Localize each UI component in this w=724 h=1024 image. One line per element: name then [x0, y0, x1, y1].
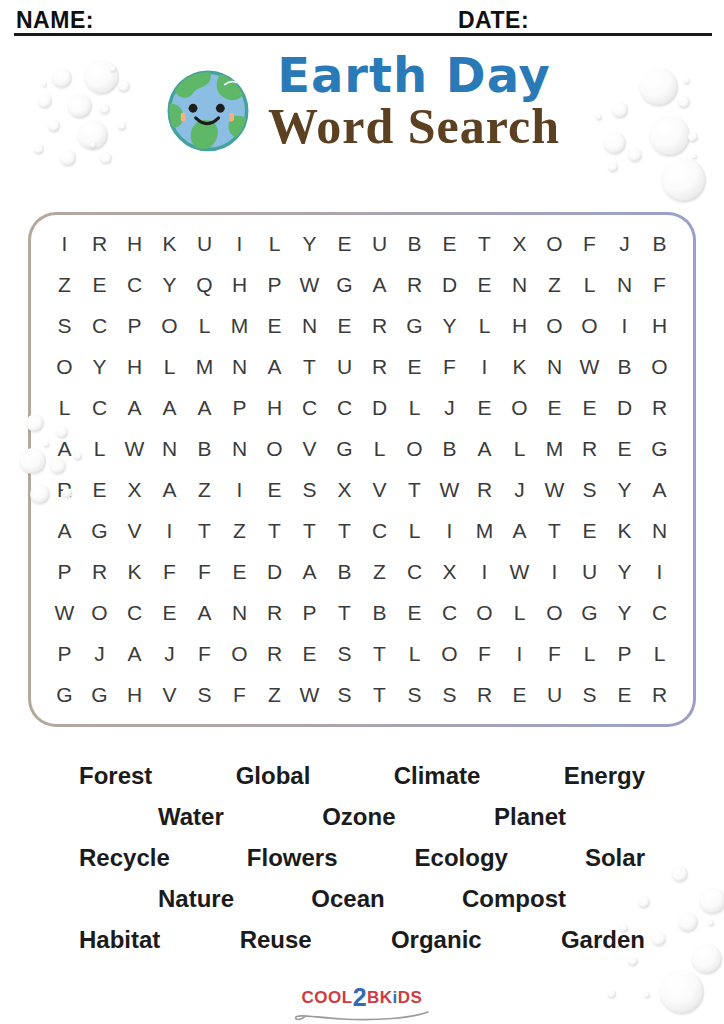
grid-cell-r1c9[interactable]: E — [327, 223, 362, 264]
grid-cell-r12c11[interactable]: S — [397, 675, 432, 716]
grid-cell-r5c15[interactable]: E — [537, 387, 572, 428]
grid-cell-r6c14[interactable]: L — [502, 428, 537, 469]
grid-cell-r12c9[interactable]: S — [327, 675, 362, 716]
grid-cell-r3c3[interactable]: P — [117, 305, 152, 346]
grid-cell-r7c5[interactable]: Z — [187, 469, 222, 510]
grid-cell-r2c12[interactable]: D — [432, 264, 467, 305]
word-list-row: NatureOceanCompost — [158, 885, 566, 913]
water-bubble — [628, 956, 638, 966]
grid-cell-r1c17[interactable]: J — [607, 223, 642, 264]
earth-icon — [164, 64, 252, 156]
grid-cell-r7c15[interactable]: W — [537, 469, 572, 510]
grid-cell-r2c8[interactable]: W — [292, 264, 327, 305]
word-energy[interactable]: Energy — [564, 762, 645, 790]
grid-cell-r5c6[interactable]: P — [222, 387, 257, 428]
grid-cell-r11c14[interactable]: I — [502, 634, 537, 675]
grid-cell-r2c2[interactable]: E — [82, 264, 117, 305]
grid-cell-r7c12[interactable]: W — [432, 469, 467, 510]
grid-cell-r10c15[interactable]: O — [537, 593, 572, 634]
grid-cell-r12c5[interactable]: S — [187, 675, 222, 716]
logo-part: DS — [398, 988, 423, 1008]
grid-cell-r9c10[interactable]: Z — [362, 552, 397, 593]
grid-cell-r10c11[interactable]: E — [397, 593, 432, 634]
grid-cell-r9c1[interactable]: P — [47, 552, 82, 593]
grid-cell-r12c2[interactable]: G — [82, 675, 117, 716]
word-forest[interactable]: Forest — [79, 762, 152, 790]
grid-cell-r11c16[interactable]: L — [572, 634, 607, 675]
grid-cell-r8c3[interactable]: V — [117, 511, 152, 552]
grid-cell-r3c2[interactable]: C — [82, 305, 117, 346]
grid-cell-r3c1[interactable]: S — [47, 305, 82, 346]
grid-cell-r4c6[interactable]: N — [222, 346, 257, 387]
grid-cell-r2c9[interactable]: G — [327, 264, 362, 305]
word-water[interactable]: Water — [158, 803, 224, 831]
grid-cell-r5c14[interactable]: O — [502, 387, 537, 428]
grid-cell-r6c18[interactable]: G — [642, 428, 677, 469]
grid-cell-r1c3[interactable]: H — [117, 223, 152, 264]
grid-cell-r10c7[interactable]: R — [257, 593, 292, 634]
water-bubbles-decoration-bottom-right — [608, 860, 724, 1020]
grid-cell-r5c5[interactable]: A — [187, 387, 222, 428]
grid-cell-r10c1[interactable]: W — [47, 593, 82, 634]
grid-cell-r10c14[interactable]: L — [502, 593, 537, 634]
grid-cell-r12c8[interactable]: W — [292, 675, 327, 716]
grid-cell-r1c14[interactable]: X — [502, 223, 537, 264]
grid-cell-r3c16[interactable]: O — [572, 305, 607, 346]
grid-cell-r9c6[interactable]: E — [222, 552, 257, 593]
grid-cell-r9c5[interactable]: F — [187, 552, 222, 593]
grid-cell-r11c11[interactable]: L — [397, 634, 432, 675]
grid-cell-r6c12[interactable]: B — [432, 428, 467, 469]
grid-cell-r12c7[interactable]: Z — [257, 675, 292, 716]
grid-cell-r10c6[interactable]: N — [222, 593, 257, 634]
grid-cell-r1c7[interactable]: L — [257, 223, 292, 264]
grid-cell-r9c9[interactable]: B — [327, 552, 362, 593]
grid-cell-r1c2[interactable]: R — [82, 223, 117, 264]
grid-cell-r4c18[interactable]: O — [642, 346, 677, 387]
grid-cell-r5c8[interactable]: C — [292, 387, 327, 428]
grid-cell-r2c13[interactable]: E — [467, 264, 502, 305]
grid-cell-r10c9[interactable]: T — [327, 593, 362, 634]
grid-cell-r11c12[interactable]: O — [432, 634, 467, 675]
grid-cell-r6c17[interactable]: E — [607, 428, 642, 469]
grid-cell-r8c10[interactable]: C — [362, 511, 397, 552]
grid-cell-r7c17[interactable]: Y — [607, 469, 642, 510]
grid-cell-r2c7[interactable]: P — [257, 264, 292, 305]
grid-cell-r11c18[interactable]: L — [642, 634, 677, 675]
grid-cell-r7c10[interactable]: V — [362, 469, 397, 510]
grid-cell-r6c6[interactable]: N — [222, 428, 257, 469]
water-bubble — [678, 912, 698, 932]
grid-cell-r10c17[interactable]: Y — [607, 593, 642, 634]
grid-cell-r3c17[interactable]: I — [607, 305, 642, 346]
grid-cell-r4c16[interactable]: W — [572, 346, 607, 387]
grid-cell-r2c3[interactable]: C — [117, 264, 152, 305]
grid-cell-r12c16[interactable]: S — [572, 675, 607, 716]
grid-cell-r8c18[interactable]: N — [642, 511, 677, 552]
grid-cell-r10c2[interactable]: O — [82, 593, 117, 634]
grid-cell-r9c7[interactable]: D — [257, 552, 292, 593]
grid-cell-r5c3[interactable]: A — [117, 387, 152, 428]
grid-cell-r3c13[interactable]: L — [467, 305, 502, 346]
grid-cell-r5c9[interactable]: C — [327, 387, 362, 428]
water-bubble — [660, 970, 704, 1014]
grid-cell-r12c10[interactable]: T — [362, 675, 397, 716]
grid-cell-r4c5[interactable]: M — [187, 346, 222, 387]
grid-cell-r11c6[interactable]: O — [222, 634, 257, 675]
water-bubble — [692, 944, 722, 974]
water-bubble — [708, 920, 714, 926]
grid-cell-r7c9[interactable]: X — [327, 469, 362, 510]
grid-cell-r10c16[interactable]: G — [572, 593, 607, 634]
grid-cell-r4c14[interactable]: K — [502, 346, 537, 387]
grid-cell-r1c12[interactable]: E — [432, 223, 467, 264]
grid-cell-r12c4[interactable]: V — [152, 675, 187, 716]
grid-cell-r7c3[interactable]: X — [117, 469, 152, 510]
grid-cell-r10c10[interactable]: B — [362, 593, 397, 634]
grid-cell-r12c15[interactable]: U — [537, 675, 572, 716]
grid-cell-r4c7[interactable]: A — [257, 346, 292, 387]
grid-cell-r1c1[interactable]: I — [47, 223, 82, 264]
grid-cell-r2c18[interactable]: F — [642, 264, 677, 305]
grid-cell-r6c4[interactable]: N — [152, 428, 187, 469]
grid-cell-r6c9[interactable]: G — [327, 428, 362, 469]
grid-cell-r2c14[interactable]: N — [502, 264, 537, 305]
grid-cell-r7c14[interactable]: J — [502, 469, 537, 510]
grid-cell-r10c3[interactable]: C — [117, 593, 152, 634]
logo-part: BK — [367, 988, 393, 1008]
water-bubble — [608, 162, 618, 172]
grid-cell-r6c7[interactable]: O — [257, 428, 292, 469]
grid-cell-r12c18[interactable]: R — [642, 675, 677, 716]
grid-cell-r7c16[interactable]: S — [572, 469, 607, 510]
date-label: DATE: — [458, 7, 529, 34]
word-list-row: HabitatReuseOrganicGarden — [79, 926, 645, 954]
grid-cell-r4c4[interactable]: L — [152, 346, 187, 387]
grid-cell-r10c4[interactable]: E — [152, 593, 187, 634]
water-bubble — [644, 992, 650, 998]
grid-cell-r4c13[interactable]: I — [467, 346, 502, 387]
word-compost[interactable]: Compost — [462, 885, 566, 913]
water-bubble — [20, 448, 46, 474]
water-bubble — [662, 158, 706, 202]
grid-cell-r4c10[interactable]: R — [362, 346, 397, 387]
grid-cell-r11c8[interactable]: E — [292, 634, 327, 675]
grid-cell-r4c2[interactable]: Y — [82, 346, 117, 387]
grid-cell-r9c3[interactable]: K — [117, 552, 152, 593]
grid-cell-r8c4[interactable]: I — [152, 511, 187, 552]
grid-cell-r4c1[interactable]: O — [47, 346, 82, 387]
water-bubble — [620, 924, 628, 932]
grid-cell-r6c16[interactable]: R — [572, 428, 607, 469]
grid-cell-r6c13[interactable]: A — [467, 428, 502, 469]
grid-cell-r10c12[interactable]: C — [432, 593, 467, 634]
grid-cell-r12c13[interactable]: R — [467, 675, 502, 716]
water-bubble — [56, 426, 68, 438]
grid-cell-r6c10[interactable]: L — [362, 428, 397, 469]
water-bubble — [62, 488, 72, 498]
grid-cell-r11c13[interactable]: F — [467, 634, 502, 675]
water-bubble — [608, 990, 616, 998]
grid-cell-r1c11[interactable]: B — [397, 223, 432, 264]
grid-cell-r9c13[interactable]: I — [467, 552, 502, 593]
grid-cell-r3c8[interactable]: N — [292, 305, 327, 346]
grid-cell-r3c6[interactable]: M — [222, 305, 257, 346]
word-recycle[interactable]: Recycle — [79, 844, 170, 872]
word-ecology[interactable]: Ecology — [415, 844, 508, 872]
grid-cell-r4c8[interactable]: T — [292, 346, 327, 387]
grid-cell-r3c11[interactable]: G — [397, 305, 432, 346]
letter-grid: IRHKUILYEUBETXOFJBZECYQHPWGARDENZLNFSCPO… — [31, 215, 693, 724]
word-reuse[interactable]: Reuse — [240, 926, 312, 954]
grid-cell-r4c15[interactable]: N — [537, 346, 572, 387]
water-bubbles-decoration-grid-left — [16, 408, 96, 518]
grid-cell-r1c16[interactable]: F — [572, 223, 607, 264]
grid-cell-r2c16[interactable]: L — [572, 264, 607, 305]
grid-cell-r9c14[interactable]: W — [502, 552, 537, 593]
grid-cell-r1c4[interactable]: K — [152, 223, 187, 264]
grid-cell-r8c7[interactable]: T — [257, 511, 292, 552]
word-global[interactable]: Global — [236, 762, 311, 790]
name-label: NAME: — [16, 7, 94, 34]
grid-cell-r2c11[interactable]: R — [397, 264, 432, 305]
grid-cell-r9c18[interactable]: I — [642, 552, 677, 593]
grid-cell-r2c6[interactable]: H — [222, 264, 257, 305]
grid-cell-r3c5[interactable]: L — [187, 305, 222, 346]
grid-cell-r10c18[interactable]: C — [642, 593, 677, 634]
grid-cell-r7c8[interactable]: S — [292, 469, 327, 510]
grid-cell-r7c13[interactable]: R — [467, 469, 502, 510]
grid-cell-r3c12[interactable]: Y — [432, 305, 467, 346]
grid-cell-r2c15[interactable]: Z — [537, 264, 572, 305]
grid-cell-r5c17[interactable]: D — [607, 387, 642, 428]
grid-cell-r5c13[interactable]: E — [467, 387, 502, 428]
grid-cell-r9c11[interactable]: C — [397, 552, 432, 593]
title-earth-day: Earth Day — [277, 50, 551, 100]
grid-cell-r4c3[interactable]: H — [117, 346, 152, 387]
grid-cell-r8c5[interactable]: T — [187, 511, 222, 552]
grid-cell-r9c16[interactable]: U — [572, 552, 607, 593]
water-bubble — [74, 452, 82, 460]
water-bubble — [50, 458, 66, 474]
grid-cell-r11c5[interactable]: F — [187, 634, 222, 675]
grid-cell-r1c15[interactable]: O — [537, 223, 572, 264]
grid-cell-r2c17[interactable]: N — [607, 264, 642, 305]
grid-cell-r4c11[interactable]: E — [397, 346, 432, 387]
grid-cell-r4c12[interactable]: F — [432, 346, 467, 387]
grid-cell-r2c1[interactable]: Z — [47, 264, 82, 305]
grid-cell-r3c15[interactable]: O — [537, 305, 572, 346]
water-bubble — [26, 414, 44, 432]
grid-cell-r9c12[interactable]: X — [432, 552, 467, 593]
grid-cell-r12c6[interactable]: F — [222, 675, 257, 716]
grid-cell-r7c4[interactable]: A — [152, 469, 187, 510]
grid-cell-r5c10[interactable]: D — [362, 387, 397, 428]
water-bubble — [30, 484, 50, 504]
grid-cell-r3c7[interactable]: E — [257, 305, 292, 346]
grid-cell-r3c14[interactable]: H — [502, 305, 537, 346]
grid-cell-r4c9[interactable]: U — [327, 346, 362, 387]
grid-cell-r3c4[interactable]: O — [152, 305, 187, 346]
grid-cell-r3c10[interactable]: R — [362, 305, 397, 346]
grid-cell-r12c3[interactable]: H — [117, 675, 152, 716]
word-climate[interactable]: Climate — [394, 762, 481, 790]
grid-cell-r1c8[interactable]: Y — [292, 223, 327, 264]
grid-cell-r2c10[interactable]: A — [362, 264, 397, 305]
word-nature[interactable]: Nature — [158, 885, 234, 913]
grid-cell-r1c5[interactable]: U — [187, 223, 222, 264]
word-list-row: WaterOzonePlanet — [158, 803, 566, 831]
grid-cell-r12c17[interactable]: E — [607, 675, 642, 716]
grid-cell-r1c18[interactable]: B — [642, 223, 677, 264]
grid-cell-r11c1[interactable]: P — [47, 634, 82, 675]
grid-cell-r4c17[interactable]: B — [607, 346, 642, 387]
grid-cell-r11c10[interactable]: T — [362, 634, 397, 675]
grid-cell-r10c8[interactable]: P — [292, 593, 327, 634]
word-organic[interactable]: Organic — [391, 926, 482, 954]
grid-cell-r8c16[interactable]: E — [572, 511, 607, 552]
word-list-row: ForestGlobalClimateEnergy — [79, 762, 645, 790]
grid-cell-r12c14[interactable]: E — [502, 675, 537, 716]
water-bubble — [44, 442, 49, 447]
grid-cell-r12c1[interactable]: G — [47, 675, 82, 716]
grid-cell-r5c7[interactable]: H — [257, 387, 292, 428]
grid-cell-r5c12[interactable]: J — [432, 387, 467, 428]
grid-cell-r8c8[interactable]: T — [292, 511, 327, 552]
grid-cell-r11c15[interactable]: F — [537, 634, 572, 675]
grid-cell-r7c11[interactable]: T — [397, 469, 432, 510]
grid-cell-r2c4[interactable]: Y — [152, 264, 187, 305]
grid-cell-r1c6[interactable]: I — [222, 223, 257, 264]
title-word-search: Word Search — [268, 101, 560, 151]
grid-cell-r9c15[interactable]: I — [537, 552, 572, 593]
logo-part: COOL — [302, 988, 353, 1008]
word-ozone[interactable]: Ozone — [322, 803, 395, 831]
grid-cell-r9c2[interactable]: R — [82, 552, 117, 593]
grid-cell-r8c13[interactable]: M — [467, 511, 502, 552]
grid-cell-r9c4[interactable]: F — [152, 552, 187, 593]
grid-cell-r3c18[interactable]: H — [642, 305, 677, 346]
grid-cell-r10c5[interactable]: A — [187, 593, 222, 634]
grid-cell-r9c8[interactable]: A — [292, 552, 327, 593]
grid-cell-r12c12[interactable]: S — [432, 675, 467, 716]
grid-cell-r11c7[interactable]: R — [257, 634, 292, 675]
water-bubble — [672, 866, 688, 882]
grid-cell-r6c15[interactable]: M — [537, 428, 572, 469]
grid-cell-r8c14[interactable]: A — [502, 511, 537, 552]
grid-cell-r6c5[interactable]: B — [187, 428, 222, 469]
word-planet[interactable]: Planet — [494, 803, 566, 831]
grid-cell-r7c7[interactable]: E — [257, 469, 292, 510]
grid-cell-r7c6[interactable]: I — [222, 469, 257, 510]
water-bubble — [700, 888, 724, 914]
grid-cell-r5c4[interactable]: A — [152, 387, 187, 428]
word-habitat[interactable]: Habitat — [79, 926, 160, 954]
grid-cell-r5c18[interactable]: R — [642, 387, 677, 428]
grid-cell-r11c2[interactable]: J — [82, 634, 117, 675]
word-flowers[interactable]: Flowers — [247, 844, 338, 872]
title-block: Earth Day Word Search — [0, 50, 724, 156]
grid-cell-r9c17[interactable]: Y — [607, 552, 642, 593]
grid-cell-r1c10[interactable]: U — [362, 223, 397, 264]
word-list-row: RecycleFlowersEcologySolar — [79, 844, 645, 872]
grid-cell-r8c9[interactable]: T — [327, 511, 362, 552]
grid-cell-r11c9[interactable]: S — [327, 634, 362, 675]
grid-cell-r11c17[interactable]: P — [607, 634, 642, 675]
grid-cell-r8c15[interactable]: T — [537, 511, 572, 552]
grid-cell-r6c3[interactable]: W — [117, 428, 152, 469]
grid-cell-r11c4[interactable]: J — [152, 634, 187, 675]
grid-cell-r1c13[interactable]: T — [467, 223, 502, 264]
grid-cell-r8c6[interactable]: Z — [222, 511, 257, 552]
grid-cell-r5c11[interactable]: L — [397, 387, 432, 428]
word-ocean[interactable]: Ocean — [311, 885, 384, 913]
grid-cell-r8c11[interactable]: L — [397, 511, 432, 552]
grid-cell-r8c12[interactable]: I — [432, 511, 467, 552]
grid-cell-r6c11[interactable]: O — [397, 428, 432, 469]
grid-cell-r8c17[interactable]: K — [607, 511, 642, 552]
grid-cell-r7c18[interactable]: A — [642, 469, 677, 510]
logo-part: 2 — [353, 983, 367, 1012]
grid-cell-r5c16[interactable]: E — [572, 387, 607, 428]
word-search-board-frame: IRHKUILYEUBETXOFJBZECYQHPWGARDENZLNFSCPO… — [28, 212, 696, 727]
grid-cell-r2c5[interactable]: Q — [187, 264, 222, 305]
grid-cell-r3c9[interactable]: E — [327, 305, 362, 346]
name-date-fill-line[interactable] — [14, 33, 712, 36]
grid-cell-r11c3[interactable]: A — [117, 634, 152, 675]
water-bubble — [652, 932, 666, 946]
grid-cell-r10c13[interactable]: O — [467, 593, 502, 634]
grid-cell-r6c8[interactable]: V — [292, 428, 327, 469]
water-bubble — [638, 896, 650, 908]
